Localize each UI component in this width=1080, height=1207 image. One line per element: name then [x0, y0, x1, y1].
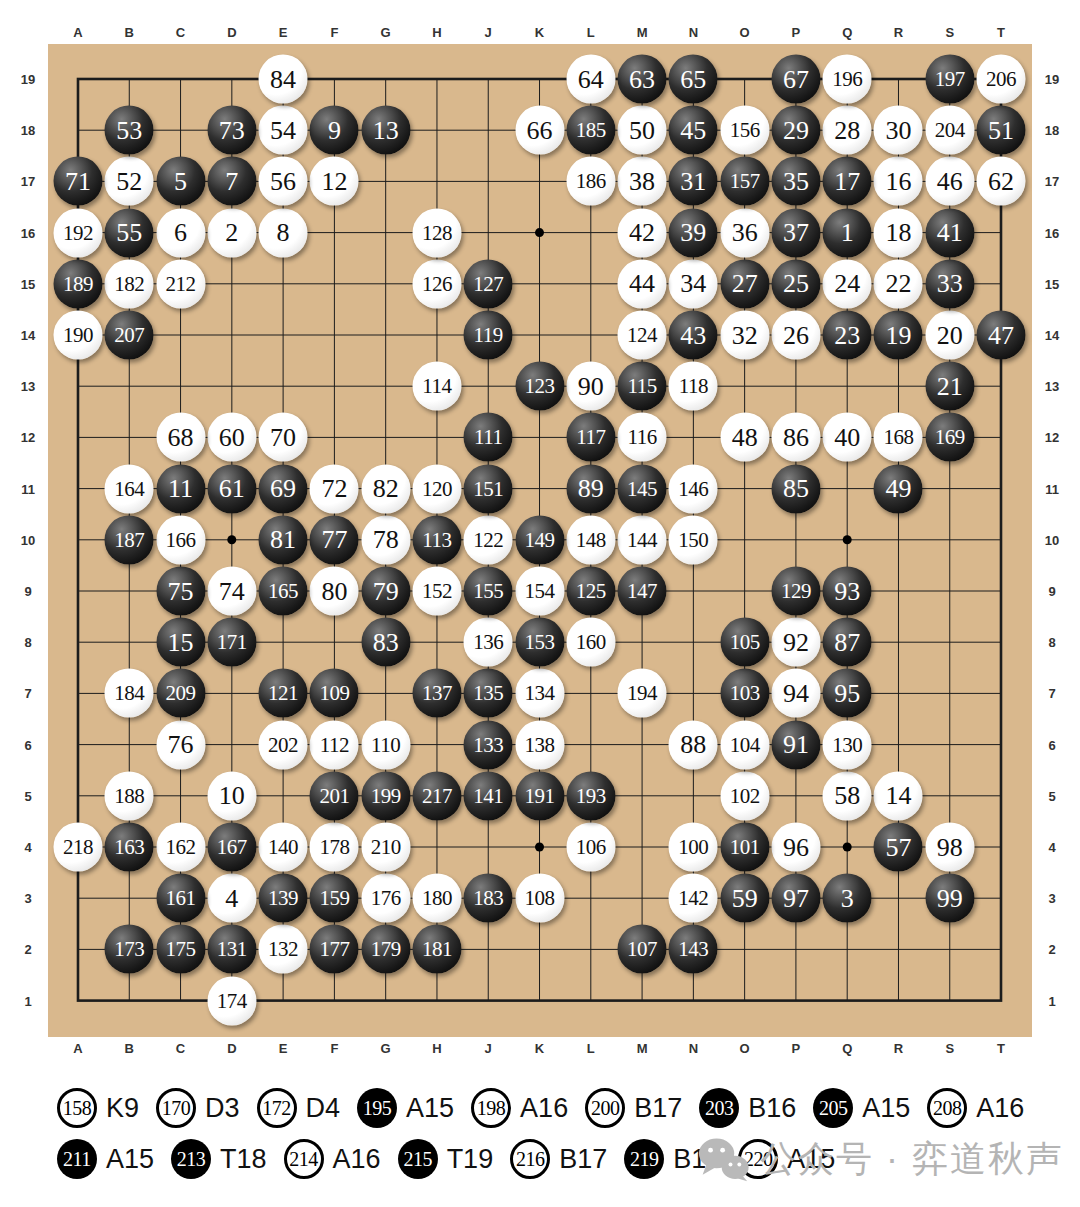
stone-Q12-move-40: 40 [823, 413, 872, 462]
col-label-bottom-S: S [945, 1041, 954, 1056]
stone-L10-move-148: 148 [566, 515, 615, 564]
stone-N15-move-34: 34 [669, 259, 718, 308]
row-label-right-4: 4 [1048, 840, 1055, 855]
row-label-right-9: 9 [1048, 584, 1055, 599]
caption-stone-211: 211 [57, 1139, 97, 1179]
caption-stone-203: 203 [699, 1088, 739, 1128]
stone-Q18-move-28: 28 [823, 106, 872, 155]
stone-K8-move-153: 153 [515, 618, 564, 667]
caption-entry-213: 213T18 [171, 1139, 267, 1179]
stone-L8-move-160: 160 [566, 618, 615, 667]
stone-L18-move-185: 185 [566, 106, 615, 155]
stone-E12-move-70: 70 [259, 413, 308, 462]
caption-coord-170: D3 [205, 1093, 240, 1124]
caption-entry-198: 198A16 [471, 1088, 568, 1128]
stone-M7-move-194: 194 [618, 669, 667, 718]
stone-O7-move-103: 103 [720, 669, 769, 718]
stone-Q14-move-23: 23 [823, 311, 872, 360]
stone-P7-move-94: 94 [771, 669, 820, 718]
stone-H15-move-126: 126 [412, 259, 461, 308]
caption-entry-158: 158K9 [57, 1088, 139, 1128]
col-label-top-G: G [381, 25, 391, 40]
row-label-left-17: 17 [21, 174, 35, 189]
stone-J5-move-141: 141 [464, 771, 513, 820]
stone-H11-move-120: 120 [412, 464, 461, 513]
stone-C8-move-15: 15 [156, 618, 205, 667]
row-label-right-1: 1 [1048, 993, 1055, 1008]
col-label-bottom-A: A [73, 1041, 82, 1056]
stone-M15-move-44: 44 [618, 259, 667, 308]
stone-O6-move-104: 104 [720, 720, 769, 769]
row-label-left-10: 10 [21, 532, 35, 547]
col-label-bottom-B: B [125, 1041, 134, 1056]
row-label-right-15: 15 [1045, 276, 1059, 291]
stone-B14-move-207: 207 [105, 311, 154, 360]
stone-T18-move-51: 51 [977, 106, 1026, 155]
stone-O5-move-102: 102 [720, 771, 769, 820]
stone-M11-move-145: 145 [618, 464, 667, 513]
row-label-left-9: 9 [24, 584, 31, 599]
stone-L4-move-106: 106 [566, 823, 615, 872]
stone-J7-move-135: 135 [464, 669, 513, 718]
col-label-bottom-P: P [792, 1041, 801, 1056]
stone-F5-move-201: 201 [310, 771, 359, 820]
stone-C2-move-175: 175 [156, 925, 205, 974]
row-label-right-14: 14 [1045, 328, 1059, 343]
stone-S19-move-197: 197 [925, 55, 974, 104]
caption-stone-216: 216 [510, 1139, 550, 1179]
caption-entry-214: 214A16 [284, 1139, 381, 1179]
stone-J14-move-119: 119 [464, 311, 513, 360]
caption-entry-170: 170D3 [156, 1088, 240, 1128]
col-label-bottom-T: T [997, 1041, 1005, 1056]
stone-S14-move-20: 20 [925, 311, 974, 360]
stone-G4-move-210: 210 [361, 823, 410, 872]
caption-stone-195: 195 [357, 1088, 397, 1128]
stone-P17-move-35: 35 [771, 157, 820, 206]
caption-stone-205: 205 [813, 1088, 853, 1128]
stone-E4-move-140: 140 [259, 823, 308, 872]
col-label-bottom-O: O [740, 1041, 750, 1056]
caption-coord-216: B17 [559, 1144, 607, 1175]
stone-D9-move-74: 74 [207, 567, 256, 616]
stone-D1-move-174: 174 [207, 976, 256, 1025]
row-label-left-3: 3 [24, 891, 31, 906]
stone-Q17-move-17: 17 [823, 157, 872, 206]
caption-stone-198: 198 [471, 1088, 511, 1128]
row-label-left-19: 19 [21, 72, 35, 87]
stone-Q5-move-58: 58 [823, 771, 872, 820]
stone-Q19-move-196: 196 [823, 55, 872, 104]
caption-coord-215: T19 [447, 1144, 494, 1175]
stone-M2-move-107: 107 [618, 925, 667, 974]
stone-O15-move-27: 27 [720, 259, 769, 308]
stone-K3-move-108: 108 [515, 874, 564, 923]
stone-N6-move-88: 88 [669, 720, 718, 769]
col-label-bottom-G: G [381, 1041, 391, 1056]
stone-E10-move-81: 81 [259, 515, 308, 564]
stone-B18-move-53: 53 [105, 106, 154, 155]
stone-K10-move-149: 149 [515, 515, 564, 564]
col-label-bottom-K: K [535, 1041, 544, 1056]
stone-D5-move-10: 10 [207, 771, 256, 820]
col-label-top-E: E [279, 25, 288, 40]
caption-coord-200: B17 [634, 1093, 682, 1124]
stone-A17-move-71: 71 [54, 157, 103, 206]
stone-Q3-move-3: 3 [823, 874, 872, 923]
stone-J15-move-127: 127 [464, 259, 513, 308]
col-label-top-D: D [227, 25, 236, 40]
stone-A4-move-218: 218 [54, 823, 103, 872]
row-label-right-7: 7 [1048, 686, 1055, 701]
stone-G3-move-176: 176 [361, 874, 410, 923]
stone-B5-move-188: 188 [105, 771, 154, 820]
stone-H13-move-114: 114 [412, 362, 461, 411]
stone-P14-move-26: 26 [771, 311, 820, 360]
col-label-bottom-E: E [279, 1041, 288, 1056]
col-label-top-O: O [740, 25, 750, 40]
stone-F11-move-72: 72 [310, 464, 359, 513]
stone-R11-move-49: 49 [874, 464, 923, 513]
go-kifu-page: AABBCCDDEEFFGGHHJJKKLLMMNNOOPPQQRRSSTT19… [0, 0, 1080, 1207]
stone-O4-move-101: 101 [720, 823, 769, 872]
row-label-left-5: 5 [24, 788, 31, 803]
caption-row-1: 158K9170D3172D4195A15198A16200B17203B162… [0, 1086, 1080, 1130]
watermark-text: 公众号 · 弈道秋声 [760, 1135, 1064, 1184]
col-label-top-B: B [125, 25, 134, 40]
caption-entry-205: 205A15 [813, 1088, 910, 1128]
caption-entry-195: 195A15 [357, 1088, 454, 1128]
col-label-top-J: J [485, 25, 492, 40]
col-label-bottom-J: J [485, 1041, 492, 1056]
col-label-top-C: C [176, 25, 185, 40]
stone-H5-move-217: 217 [412, 771, 461, 820]
stone-L11-move-89: 89 [566, 464, 615, 513]
stone-T17-move-62: 62 [977, 157, 1026, 206]
stone-E18-move-54: 54 [259, 106, 308, 155]
stone-Q6-move-130: 130 [823, 720, 872, 769]
stone-E2-move-132: 132 [259, 925, 308, 974]
stone-G18-move-13: 13 [361, 106, 410, 155]
stone-Q16-move-1: 1 [823, 208, 872, 257]
stone-G10-move-78: 78 [361, 515, 410, 564]
stone-R18-move-30: 30 [874, 106, 923, 155]
stone-D11-move-61: 61 [207, 464, 256, 513]
stone-P15-move-25: 25 [771, 259, 820, 308]
stone-F10-move-77: 77 [310, 515, 359, 564]
stone-E3-move-139: 139 [259, 874, 308, 923]
stone-H9-move-152: 152 [412, 567, 461, 616]
stone-F2-move-177: 177 [310, 925, 359, 974]
stone-M13-move-115: 115 [618, 362, 667, 411]
stone-F9-move-80: 80 [310, 567, 359, 616]
col-label-top-S: S [945, 25, 954, 40]
stone-O3-move-59: 59 [720, 874, 769, 923]
stone-P12-move-86: 86 [771, 413, 820, 462]
stone-B16-move-55: 55 [105, 208, 154, 257]
caption-entry-211: 211A15 [57, 1139, 154, 1179]
col-label-top-F: F [330, 25, 338, 40]
stone-K13-move-123: 123 [515, 362, 564, 411]
row-label-left-4: 4 [24, 840, 31, 855]
caption-coord-211: A15 [106, 1144, 154, 1175]
caption-coord-203: B16 [748, 1093, 796, 1124]
stone-P9-move-129: 129 [771, 567, 820, 616]
caption-coord-198: A16 [520, 1093, 568, 1124]
stone-S18-move-204: 204 [925, 106, 974, 155]
stone-S13-move-21: 21 [925, 362, 974, 411]
row-label-right-5: 5 [1048, 788, 1055, 803]
stone-F18-move-9: 9 [310, 106, 359, 155]
stone-R17-move-16: 16 [874, 157, 923, 206]
star-point-K4 [535, 843, 544, 852]
row-label-left-7: 7 [24, 686, 31, 701]
stone-N11-move-146: 146 [669, 464, 718, 513]
stone-E16-move-8: 8 [259, 208, 308, 257]
stone-T19-move-206: 206 [977, 55, 1026, 104]
row-label-right-19: 19 [1045, 72, 1059, 87]
row-label-left-1: 1 [24, 993, 31, 1008]
stone-H16-move-128: 128 [412, 208, 461, 257]
stone-Q7-move-95: 95 [823, 669, 872, 718]
row-label-left-12: 12 [21, 430, 35, 445]
stone-A15-move-189: 189 [54, 259, 103, 308]
stone-E19-move-84: 84 [259, 55, 308, 104]
stone-R12-move-168: 168 [874, 413, 923, 462]
col-label-top-Q: Q [842, 25, 852, 40]
row-label-left-13: 13 [21, 379, 35, 394]
stone-S4-move-98: 98 [925, 823, 974, 872]
caption-stone-208: 208 [927, 1088, 967, 1128]
stone-B15-move-182: 182 [105, 259, 154, 308]
caption-entry-172: 172D4 [257, 1088, 341, 1128]
stone-Q15-move-24: 24 [823, 259, 872, 308]
stone-J10-move-122: 122 [464, 515, 513, 564]
stone-C16-move-6: 6 [156, 208, 205, 257]
stone-B2-move-173: 173 [105, 925, 154, 974]
stone-P3-move-97: 97 [771, 874, 820, 923]
stone-M18-move-50: 50 [618, 106, 667, 155]
stone-E6-move-202: 202 [259, 720, 308, 769]
col-label-bottom-H: H [432, 1041, 441, 1056]
caption-coord-158: K9 [106, 1093, 139, 1124]
stone-L12-move-117: 117 [566, 413, 615, 462]
stone-C11-move-11: 11 [156, 464, 205, 513]
star-point-Q10 [843, 535, 852, 544]
stone-C15-move-212: 212 [156, 259, 205, 308]
stone-E11-move-69: 69 [259, 464, 308, 513]
stone-H10-move-113: 113 [412, 515, 461, 564]
row-label-right-11: 11 [1045, 481, 1059, 496]
stone-K6-move-138: 138 [515, 720, 564, 769]
caption-coord-213: T18 [220, 1144, 267, 1175]
stone-N17-move-31: 31 [669, 157, 718, 206]
stone-F7-move-109: 109 [310, 669, 359, 718]
row-label-left-6: 6 [24, 737, 31, 752]
stone-B7-move-184: 184 [105, 669, 154, 718]
stone-R16-move-18: 18 [874, 208, 923, 257]
row-label-left-11: 11 [21, 481, 35, 496]
stone-A16-move-192: 192 [54, 208, 103, 257]
stone-J8-move-136: 136 [464, 618, 513, 667]
stone-P6-move-91: 91 [771, 720, 820, 769]
stone-K9-move-154: 154 [515, 567, 564, 616]
stone-N19-move-65: 65 [669, 55, 718, 104]
row-label-left-16: 16 [21, 225, 35, 240]
caption-coord-214: A16 [333, 1144, 381, 1175]
stone-C6-move-76: 76 [156, 720, 205, 769]
stone-N16-move-39: 39 [669, 208, 718, 257]
caption-entry-208: 208A16 [927, 1088, 1024, 1128]
stone-Q9-move-93: 93 [823, 567, 872, 616]
stone-R14-move-19: 19 [874, 311, 923, 360]
stone-G8-move-83: 83 [361, 618, 410, 667]
stone-D18-move-73: 73 [207, 106, 256, 155]
caption-coord-208: A16 [976, 1093, 1024, 1124]
col-label-bottom-L: L [587, 1041, 595, 1056]
stone-O17-move-157: 157 [720, 157, 769, 206]
stone-O16-move-36: 36 [720, 208, 769, 257]
caption-entry-200: 200B17 [585, 1088, 682, 1128]
stone-P18-move-29: 29 [771, 106, 820, 155]
stone-C7-move-209: 209 [156, 669, 205, 718]
stone-H2-move-181: 181 [412, 925, 461, 974]
stone-R5-move-14: 14 [874, 771, 923, 820]
stone-Q8-move-87: 87 [823, 618, 872, 667]
caption-stone-213: 213 [171, 1139, 211, 1179]
col-label-bottom-M: M [637, 1041, 648, 1056]
stone-S16-move-41: 41 [925, 208, 974, 257]
stone-N10-move-150: 150 [669, 515, 718, 564]
stone-G9-move-79: 79 [361, 567, 410, 616]
star-point-K16 [535, 228, 544, 237]
caption-stone-214: 214 [284, 1139, 324, 1179]
stone-C4-move-162: 162 [156, 823, 205, 872]
stone-S17-move-46: 46 [925, 157, 974, 206]
stone-L13-move-90: 90 [566, 362, 615, 411]
stone-L9-move-125: 125 [566, 567, 615, 616]
star-point-Q4 [843, 843, 852, 852]
row-label-right-10: 10 [1045, 532, 1059, 547]
stone-O8-move-105: 105 [720, 618, 769, 667]
stone-B4-move-163: 163 [105, 823, 154, 872]
stone-F4-move-178: 178 [310, 823, 359, 872]
col-label-top-T: T [997, 25, 1005, 40]
stone-K5-move-191: 191 [515, 771, 564, 820]
col-label-top-A: A [73, 25, 82, 40]
caption-entry-203: 203B16 [699, 1088, 796, 1128]
col-label-bottom-R: R [894, 1041, 903, 1056]
caption-stone-158: 158 [57, 1088, 97, 1128]
row-label-right-17: 17 [1045, 174, 1059, 189]
stone-J6-move-133: 133 [464, 720, 513, 769]
stone-R15-move-22: 22 [874, 259, 923, 308]
col-label-top-R: R [894, 25, 903, 40]
stone-C17-move-5: 5 [156, 157, 205, 206]
stone-P4-move-96: 96 [771, 823, 820, 872]
stone-O14-move-32: 32 [720, 311, 769, 360]
stone-J3-move-183: 183 [464, 874, 513, 923]
stone-F6-move-112: 112 [310, 720, 359, 769]
stone-M14-move-124: 124 [618, 311, 667, 360]
star-point-D10 [227, 535, 236, 544]
col-label-bottom-N: N [689, 1041, 698, 1056]
stone-K18-move-66: 66 [515, 106, 564, 155]
stone-O18-move-156: 156 [720, 106, 769, 155]
col-label-top-L: L [587, 25, 595, 40]
stone-M10-move-144: 144 [618, 515, 667, 564]
stone-F17-move-12: 12 [310, 157, 359, 206]
stone-J9-move-155: 155 [464, 567, 513, 616]
col-label-bottom-C: C [176, 1041, 185, 1056]
col-label-bottom-F: F [330, 1041, 338, 1056]
stone-A14-move-190: 190 [54, 311, 103, 360]
caption-stone-170: 170 [156, 1088, 196, 1128]
stone-J12-move-111: 111 [464, 413, 513, 462]
stone-G11-move-82: 82 [361, 464, 410, 513]
stone-N3-move-142: 142 [669, 874, 718, 923]
caption-coord-195: A15 [406, 1093, 454, 1124]
stone-D17-move-7: 7 [207, 157, 256, 206]
row-label-right-12: 12 [1045, 430, 1059, 445]
stone-P19-move-67: 67 [771, 55, 820, 104]
stone-N14-move-43: 43 [669, 311, 718, 360]
stone-B11-move-164: 164 [105, 464, 154, 513]
row-label-left-2: 2 [24, 942, 31, 957]
stone-D12-move-60: 60 [207, 413, 256, 462]
stone-P8-move-92: 92 [771, 618, 820, 667]
stone-N4-move-100: 100 [669, 823, 718, 872]
stone-J11-move-151: 151 [464, 464, 513, 513]
row-label-left-8: 8 [24, 635, 31, 650]
stone-S3-move-99: 99 [925, 874, 974, 923]
stone-H7-move-137: 137 [412, 669, 461, 718]
row-label-right-16: 16 [1045, 225, 1059, 240]
stone-E9-move-165: 165 [259, 567, 308, 616]
stone-M16-move-42: 42 [618, 208, 667, 257]
stone-G2-move-179: 179 [361, 925, 410, 974]
stone-E7-move-121: 121 [259, 669, 308, 718]
stone-H3-move-180: 180 [412, 874, 461, 923]
stone-E17-move-56: 56 [259, 157, 308, 206]
caption-coord-172: D4 [306, 1093, 341, 1124]
stone-L17-move-186: 186 [566, 157, 615, 206]
stone-L5-move-193: 193 [566, 771, 615, 820]
stone-L19-move-64: 64 [566, 55, 615, 104]
stone-M9-move-147: 147 [618, 567, 667, 616]
caption-stone-215: 215 [398, 1139, 438, 1179]
wechat-icon [698, 1136, 750, 1182]
caption-stone-219: 219 [624, 1139, 664, 1179]
stone-P11-move-85: 85 [771, 464, 820, 513]
stone-D8-move-171: 171 [207, 618, 256, 667]
stone-D2-move-131: 131 [207, 925, 256, 974]
stone-M12-move-116: 116 [618, 413, 667, 462]
row-label-right-2: 2 [1048, 942, 1055, 957]
stone-B17-move-52: 52 [105, 157, 154, 206]
row-label-right-8: 8 [1048, 635, 1055, 650]
stone-C12-move-68: 68 [156, 413, 205, 462]
col-label-top-H: H [432, 25, 441, 40]
caption-stone-200: 200 [585, 1088, 625, 1128]
stone-R4-move-57: 57 [874, 823, 923, 872]
stone-S12-move-169: 169 [925, 413, 974, 462]
row-label-left-18: 18 [21, 123, 35, 138]
row-label-right-6: 6 [1048, 737, 1055, 752]
col-label-top-P: P [792, 25, 801, 40]
row-label-right-18: 18 [1045, 123, 1059, 138]
stone-M19-move-63: 63 [618, 55, 667, 104]
